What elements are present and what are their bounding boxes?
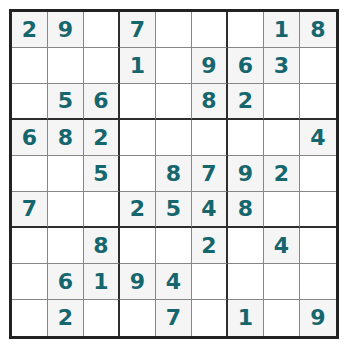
cell-r8c7[interactable] [228,264,264,300]
cell-r7c8[interactable]: 4 [264,228,300,264]
cell-r2c3[interactable] [84,48,120,84]
cell-r9c5[interactable]: 7 [156,300,192,336]
cell-r6c6[interactable]: 4 [192,192,228,228]
cell-r5c1[interactable] [12,156,48,192]
cell-r9c2[interactable]: 2 [48,300,84,336]
cell-r5c3[interactable]: 5 [84,156,120,192]
cell-r5c2[interactable] [48,156,84,192]
cell-r3c8[interactable] [264,84,300,120]
cell-r8c6[interactable] [192,264,228,300]
cell-r5c4[interactable] [120,156,156,192]
cell-r7c6[interactable]: 2 [192,228,228,264]
cell-r1c9[interactable]: 8 [300,12,336,48]
cell-r3c4[interactable] [120,84,156,120]
cell-r6c4[interactable]: 2 [120,192,156,228]
cell-r7c2[interactable] [48,228,84,264]
cell-r5c9[interactable] [300,156,336,192]
cell-r7c3[interactable]: 8 [84,228,120,264]
cell-r6c3[interactable] [84,192,120,228]
sudoku-page: 29718196356826824587927254882461942719 [0,0,350,350]
cell-r8c9[interactable] [300,264,336,300]
cell-r4c3[interactable]: 2 [84,120,120,156]
cell-r6c8[interactable] [264,192,300,228]
cell-r1c4[interactable]: 7 [120,12,156,48]
cell-r1c5[interactable] [156,12,192,48]
cell-r9c4[interactable] [120,300,156,336]
cell-r9c8[interactable] [264,300,300,336]
cell-r9c1[interactable] [12,300,48,336]
cell-r8c3[interactable]: 1 [84,264,120,300]
cell-r6c1[interactable]: 7 [12,192,48,228]
cell-r8c1[interactable] [12,264,48,300]
cell-r2c1[interactable] [12,48,48,84]
cell-r3c7[interactable]: 2 [228,84,264,120]
cell-r9c9[interactable]: 9 [300,300,336,336]
cell-r2c4[interactable]: 1 [120,48,156,84]
sudoku-board: 29718196356826824587927254882461942719 [9,9,339,339]
cell-r6c7[interactable]: 8 [228,192,264,228]
cell-r9c6[interactable] [192,300,228,336]
cell-r9c3[interactable] [84,300,120,336]
cell-r2c7[interactable]: 6 [228,48,264,84]
cell-r8c4[interactable]: 9 [120,264,156,300]
cell-r2c6[interactable]: 9 [192,48,228,84]
cell-r5c5[interactable]: 8 [156,156,192,192]
cell-r1c2[interactable]: 9 [48,12,84,48]
cell-r7c5[interactable] [156,228,192,264]
cell-r4c1[interactable]: 6 [12,120,48,156]
cell-r3c6[interactable]: 8 [192,84,228,120]
cell-r5c8[interactable]: 2 [264,156,300,192]
cell-r6c5[interactable]: 5 [156,192,192,228]
cell-r1c1[interactable]: 2 [12,12,48,48]
cell-r1c7[interactable] [228,12,264,48]
cell-r5c7[interactable]: 9 [228,156,264,192]
cell-r4c4[interactable] [120,120,156,156]
cell-r7c7[interactable] [228,228,264,264]
cell-r1c3[interactable] [84,12,120,48]
cell-r2c5[interactable] [156,48,192,84]
cell-r7c9[interactable] [300,228,336,264]
cell-r1c6[interactable] [192,12,228,48]
cell-r7c1[interactable] [12,228,48,264]
cell-r3c9[interactable] [300,84,336,120]
cell-r2c9[interactable] [300,48,336,84]
cell-r3c3[interactable]: 6 [84,84,120,120]
cell-r5c6[interactable]: 7 [192,156,228,192]
cell-r4c5[interactable] [156,120,192,156]
cell-r4c8[interactable] [264,120,300,156]
cell-r4c9[interactable]: 4 [300,120,336,156]
cell-r8c8[interactable] [264,264,300,300]
cell-r3c1[interactable] [12,84,48,120]
cell-r2c2[interactable] [48,48,84,84]
cell-r8c5[interactable]: 4 [156,264,192,300]
cell-r6c2[interactable] [48,192,84,228]
cell-r7c4[interactable] [120,228,156,264]
cell-r6c9[interactable] [300,192,336,228]
cell-r4c2[interactable]: 8 [48,120,84,156]
cell-r2c8[interactable]: 3 [264,48,300,84]
cell-r8c2[interactable]: 6 [48,264,84,300]
cell-r3c2[interactable]: 5 [48,84,84,120]
cell-r4c6[interactable] [192,120,228,156]
cell-r3c5[interactable] [156,84,192,120]
cell-r4c7[interactable] [228,120,264,156]
cell-r9c7[interactable]: 1 [228,300,264,336]
cell-r1c8[interactable]: 1 [264,12,300,48]
